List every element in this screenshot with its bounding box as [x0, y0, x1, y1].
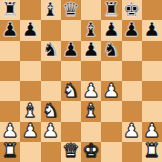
white-queen[interactable]: ♛ — [62, 142, 79, 161]
square-c8[interactable]: ♝ — [41, 0, 61, 20]
square-g5[interactable] — [122, 61, 142, 81]
square-g7[interactable]: ♟ — [122, 20, 142, 40]
chess-board: ♜♝♛♜♚♟♟♝♟♟♟♞♟♟♞♞♟♟♝♞♝♟♟♟♟♟♜♛♚♜ — [0, 0, 162, 162]
black-knight[interactable]: ♞ — [103, 41, 120, 60]
square-b8[interactable] — [20, 0, 40, 20]
square-g8[interactable]: ♚ — [122, 0, 142, 20]
black-rook[interactable]: ♜ — [2, 0, 19, 19]
black-pawn[interactable]: ♟ — [2, 20, 19, 39]
square-a1[interactable]: ♜ — [0, 142, 20, 162]
black-queen[interactable]: ♛ — [62, 0, 79, 19]
square-e3[interactable]: ♝ — [81, 101, 101, 121]
square-f3[interactable] — [101, 101, 121, 121]
square-g1[interactable] — [122, 142, 142, 162]
square-b6[interactable] — [20, 41, 40, 61]
square-h2[interactable]: ♟ — [142, 122, 162, 142]
square-e4[interactable]: ♟ — [81, 81, 101, 101]
square-b4[interactable] — [20, 81, 40, 101]
square-h7[interactable]: ♟ — [142, 20, 162, 40]
square-c7[interactable] — [41, 20, 61, 40]
square-g6[interactable] — [122, 41, 142, 61]
square-d7[interactable] — [61, 20, 81, 40]
white-knight[interactable]: ♞ — [42, 101, 59, 120]
black-pawn[interactable]: ♟ — [123, 20, 140, 39]
square-d1[interactable]: ♛ — [61, 142, 81, 162]
black-pawn[interactable]: ♟ — [22, 20, 39, 39]
square-e5[interactable] — [81, 61, 101, 81]
white-pawn[interactable]: ♟ — [143, 122, 160, 141]
square-g4[interactable] — [122, 81, 142, 101]
square-c5[interactable] — [41, 61, 61, 81]
white-pawn[interactable]: ♟ — [103, 81, 120, 100]
white-rook[interactable]: ♜ — [2, 142, 19, 161]
square-b2[interactable]: ♟ — [20, 122, 40, 142]
square-g3[interactable] — [122, 101, 142, 121]
square-a8[interactable]: ♜ — [0, 0, 20, 20]
square-a4[interactable] — [0, 81, 20, 101]
square-d2[interactable] — [61, 122, 81, 142]
square-a5[interactable] — [0, 61, 20, 81]
white-pawn[interactable]: ♟ — [22, 122, 39, 141]
square-f1[interactable] — [101, 142, 121, 162]
square-a6[interactable] — [0, 41, 20, 61]
square-h1[interactable]: ♜ — [142, 142, 162, 162]
black-king[interactable]: ♚ — [123, 0, 140, 19]
square-c1[interactable] — [41, 142, 61, 162]
square-c6[interactable]: ♞ — [41, 41, 61, 61]
white-knight[interactable]: ♞ — [62, 81, 79, 100]
white-pawn[interactable]: ♟ — [42, 122, 59, 141]
square-h4[interactable] — [142, 81, 162, 101]
square-h5[interactable] — [142, 61, 162, 81]
square-f7[interactable]: ♟ — [101, 20, 121, 40]
square-d5[interactable] — [61, 61, 81, 81]
black-bishop[interactable]: ♝ — [42, 0, 59, 19]
square-c3[interactable]: ♞ — [41, 101, 61, 121]
white-bishop[interactable]: ♝ — [22, 101, 39, 120]
square-f6[interactable]: ♞ — [101, 41, 121, 61]
black-pawn[interactable]: ♟ — [62, 41, 79, 60]
square-g2[interactable]: ♟ — [122, 122, 142, 142]
square-d6[interactable]: ♟ — [61, 41, 81, 61]
white-bishop[interactable]: ♝ — [83, 101, 100, 120]
white-king[interactable]: ♚ — [83, 142, 100, 161]
square-e8[interactable] — [81, 0, 101, 20]
square-a3[interactable] — [0, 101, 20, 121]
black-rook[interactable]: ♜ — [103, 0, 120, 19]
square-b5[interactable] — [20, 61, 40, 81]
white-pawn[interactable]: ♟ — [83, 81, 100, 100]
black-bishop[interactable]: ♝ — [83, 20, 100, 39]
square-d8[interactable]: ♛ — [61, 0, 81, 20]
square-a7[interactable]: ♟ — [0, 20, 20, 40]
square-f4[interactable]: ♟ — [101, 81, 121, 101]
black-knight[interactable]: ♞ — [42, 41, 59, 60]
square-d4[interactable]: ♞ — [61, 81, 81, 101]
square-h6[interactable] — [142, 41, 162, 61]
black-pawn[interactable]: ♟ — [143, 20, 160, 39]
square-e7[interactable]: ♝ — [81, 20, 101, 40]
white-pawn[interactable]: ♟ — [2, 122, 19, 141]
square-b3[interactable]: ♝ — [20, 101, 40, 121]
square-c4[interactable] — [41, 81, 61, 101]
black-pawn[interactable]: ♟ — [103, 20, 120, 39]
square-h3[interactable] — [142, 101, 162, 121]
square-b1[interactable] — [20, 142, 40, 162]
square-d3[interactable] — [61, 101, 81, 121]
square-f5[interactable] — [101, 61, 121, 81]
square-e2[interactable] — [81, 122, 101, 142]
square-a2[interactable]: ♟ — [0, 122, 20, 142]
white-rook[interactable]: ♜ — [143, 142, 160, 161]
square-h8[interactable] — [142, 0, 162, 20]
square-f8[interactable]: ♜ — [101, 0, 121, 20]
black-pawn[interactable]: ♟ — [83, 41, 100, 60]
square-e1[interactable]: ♚ — [81, 142, 101, 162]
square-c2[interactable]: ♟ — [41, 122, 61, 142]
square-e6[interactable]: ♟ — [81, 41, 101, 61]
square-b7[interactable]: ♟ — [20, 20, 40, 40]
square-f2[interactable] — [101, 122, 121, 142]
white-pawn[interactable]: ♟ — [123, 122, 140, 141]
